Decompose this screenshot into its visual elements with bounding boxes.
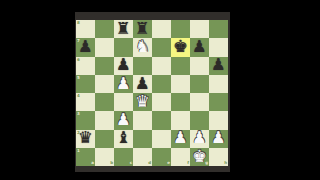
white-pawn[interactable]: ♟ [116,75,131,92]
rank-label-3: 3 [77,112,80,116]
square-c1[interactable]: c [114,148,133,166]
black-king[interactable]: ♚ [173,39,188,56]
square-e5[interactable] [152,75,171,93]
square-h1[interactable]: h [209,148,228,166]
black-queen[interactable]: ♛ [78,130,93,147]
square-e8[interactable] [152,20,171,38]
screenshot-canvas: 8♜♜7♟♞♚♟6♟♟5♟♟4♛3♟2♛♝♟♟♟1abcdefg♚h [0,0,320,180]
square-a7[interactable]: 7♟ [76,38,95,56]
black-rook[interactable]: ♜ [135,20,150,37]
rank-label-6: 6 [77,58,80,62]
black-pawn[interactable]: ♟ [78,39,93,56]
square-f1[interactable]: f [171,148,190,166]
square-d2[interactable] [133,130,152,148]
rank-label-5: 5 [77,76,80,80]
black-pawn[interactable]: ♟ [116,57,131,74]
square-c6[interactable]: ♟ [114,57,133,75]
square-a3[interactable]: 3 [76,111,95,129]
square-a5[interactable]: 5 [76,75,95,93]
file-label-e: e [167,161,170,165]
square-f5[interactable] [171,75,190,93]
file-label-h: h [224,161,227,165]
black-pawn[interactable]: ♟ [135,75,150,92]
white-pawn[interactable]: ♟ [116,112,131,129]
square-h4[interactable] [209,93,228,111]
square-c3[interactable]: ♟ [114,111,133,129]
square-g7[interactable]: ♟ [190,38,209,56]
square-g8[interactable] [190,20,209,38]
square-e6[interactable] [152,57,171,75]
file-label-f: f [187,161,189,165]
square-a4[interactable]: 4 [76,93,95,111]
black-bishop[interactable]: ♝ [116,130,131,147]
square-a6[interactable]: 6 [76,57,95,75]
square-b6[interactable] [95,57,114,75]
square-b5[interactable] [95,75,114,93]
square-c4[interactable] [114,93,133,111]
square-a8[interactable]: 8 [76,20,95,38]
square-f3[interactable] [171,111,190,129]
square-b2[interactable] [95,130,114,148]
file-label-b: b [110,161,113,165]
square-d6[interactable] [133,57,152,75]
square-e2[interactable] [152,130,171,148]
video-frame: 8♜♜7♟♞♚♟6♟♟5♟♟4♛3♟2♛♝♟♟♟1abcdefg♚h [75,12,230,172]
square-f2[interactable]: ♟ [171,130,190,148]
white-king[interactable]: ♚ [192,148,207,165]
square-h5[interactable] [209,75,228,93]
square-b4[interactable] [95,93,114,111]
square-a2[interactable]: 2♛ [76,130,95,148]
square-h8[interactable] [209,20,228,38]
rank-label-1: 1 [77,149,80,153]
white-knight[interactable]: ♞ [135,39,150,56]
square-e3[interactable] [152,111,171,129]
black-rook[interactable]: ♜ [116,20,131,37]
square-c2[interactable]: ♝ [114,130,133,148]
square-b3[interactable] [95,111,114,129]
square-h7[interactable] [209,38,228,56]
square-d8[interactable]: ♜ [133,20,152,38]
white-pawn[interactable]: ♟ [192,130,207,147]
black-pawn[interactable]: ♟ [211,57,226,74]
file-label-d: d [148,161,151,165]
square-b1[interactable]: b [95,148,114,166]
file-label-c: c [130,161,132,165]
square-g1[interactable]: g♚ [190,148,209,166]
square-c7[interactable] [114,38,133,56]
square-b8[interactable] [95,20,114,38]
square-g2[interactable]: ♟ [190,130,209,148]
square-g4[interactable] [190,93,209,111]
square-h6[interactable]: ♟ [209,57,228,75]
rank-label-4: 4 [77,94,80,98]
square-d7[interactable]: ♞ [133,38,152,56]
square-f6[interactable] [171,57,190,75]
square-e7[interactable] [152,38,171,56]
rank-label-8: 8 [77,21,80,25]
square-e1[interactable]: e [152,148,171,166]
white-queen[interactable]: ♛ [135,93,150,110]
square-c8[interactable]: ♜ [114,20,133,38]
square-f7[interactable]: ♚ [171,38,190,56]
square-a1[interactable]: 1a [76,148,95,166]
white-pawn[interactable]: ♟ [211,130,226,147]
square-g3[interactable] [190,111,209,129]
square-h2[interactable]: ♟ [209,130,228,148]
square-f4[interactable] [171,93,190,111]
square-e4[interactable] [152,93,171,111]
file-label-a: a [91,161,94,165]
square-d1[interactable]: d [133,148,152,166]
square-g5[interactable] [190,75,209,93]
square-d4[interactable]: ♛ [133,93,152,111]
square-f8[interactable] [171,20,190,38]
square-c5[interactable]: ♟ [114,75,133,93]
square-b7[interactable] [95,38,114,56]
square-g6[interactable] [190,57,209,75]
square-h3[interactable] [209,111,228,129]
chess-board: 8♜♜7♟♞♚♟6♟♟5♟♟4♛3♟2♛♝♟♟♟1abcdefg♚h [76,20,228,166]
square-d5[interactable]: ♟ [133,75,152,93]
white-pawn[interactable]: ♟ [173,130,188,147]
square-d3[interactable] [133,111,152,129]
black-pawn[interactable]: ♟ [192,39,207,56]
